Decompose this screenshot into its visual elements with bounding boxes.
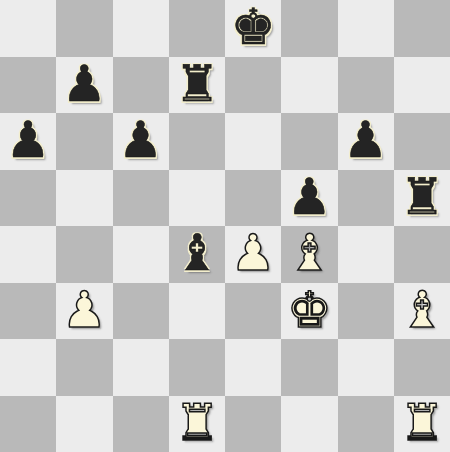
square-b7[interactable]: ♟ [56, 57, 112, 114]
square-c6[interactable]: ♟ [113, 113, 169, 170]
square-g2[interactable] [338, 339, 394, 396]
black-king-e8[interactable]: ♚ [231, 2, 276, 52]
square-g1[interactable] [338, 396, 394, 452]
square-e4[interactable]: ♟ [225, 226, 281, 283]
white-king-f3[interactable]: ♚ [287, 285, 332, 335]
black-pawn-c6[interactable]: ♟ [118, 115, 163, 165]
square-d6[interactable] [169, 113, 225, 170]
square-h7[interactable] [394, 57, 450, 114]
square-h4[interactable] [394, 226, 450, 283]
square-g6[interactable]: ♟ [338, 113, 394, 170]
square-h5[interactable]: ♜ [394, 170, 450, 227]
square-b6[interactable] [56, 113, 112, 170]
square-a3[interactable] [0, 283, 56, 340]
square-f7[interactable] [281, 57, 337, 114]
square-a6[interactable]: ♟ [0, 113, 56, 170]
white-rook-d1[interactable]: ♜ [174, 398, 219, 448]
chess-board: ♚♟♜♟♟♟♟♜♝♟♝♟♚♝♜♜ [0, 0, 450, 452]
square-d4[interactable]: ♝ [169, 226, 225, 283]
square-a7[interactable] [0, 57, 56, 114]
square-f2[interactable] [281, 339, 337, 396]
white-pawn-e4[interactable]: ♟ [231, 228, 276, 278]
square-f3[interactable]: ♚ [281, 283, 337, 340]
square-b8[interactable] [56, 0, 112, 57]
square-a8[interactable] [0, 0, 56, 57]
square-b3[interactable]: ♟ [56, 283, 112, 340]
square-a5[interactable] [0, 170, 56, 227]
square-d7[interactable]: ♜ [169, 57, 225, 114]
square-e2[interactable] [225, 339, 281, 396]
square-g3[interactable] [338, 283, 394, 340]
square-e6[interactable] [225, 113, 281, 170]
square-e1[interactable] [225, 396, 281, 452]
black-pawn-b7[interactable]: ♟ [62, 59, 107, 109]
square-e5[interactable] [225, 170, 281, 227]
black-rook-h5[interactable]: ♜ [399, 172, 444, 222]
square-g7[interactable] [338, 57, 394, 114]
square-f4[interactable]: ♝ [281, 226, 337, 283]
square-f1[interactable] [281, 396, 337, 452]
square-d5[interactable] [169, 170, 225, 227]
square-h6[interactable] [394, 113, 450, 170]
square-d3[interactable] [169, 283, 225, 340]
square-g4[interactable] [338, 226, 394, 283]
square-c1[interactable] [113, 396, 169, 452]
square-e7[interactable] [225, 57, 281, 114]
square-g8[interactable] [338, 0, 394, 57]
white-bishop-f4[interactable]: ♝ [287, 228, 332, 278]
black-bishop-d4[interactable]: ♝ [174, 228, 219, 278]
square-a1[interactable] [0, 396, 56, 452]
square-h1[interactable]: ♜ [394, 396, 450, 452]
white-rook-h1[interactable]: ♜ [399, 398, 444, 448]
square-e8[interactable]: ♚ [225, 0, 281, 57]
square-d1[interactable]: ♜ [169, 396, 225, 452]
square-c7[interactable] [113, 57, 169, 114]
square-g5[interactable] [338, 170, 394, 227]
square-b1[interactable] [56, 396, 112, 452]
square-d8[interactable] [169, 0, 225, 57]
square-f5[interactable]: ♟ [281, 170, 337, 227]
square-c3[interactable] [113, 283, 169, 340]
black-rook-d7[interactable]: ♜ [174, 59, 219, 109]
square-f6[interactable] [281, 113, 337, 170]
square-e3[interactable] [225, 283, 281, 340]
square-c8[interactable] [113, 0, 169, 57]
square-h8[interactable] [394, 0, 450, 57]
square-c4[interactable] [113, 226, 169, 283]
square-b2[interactable] [56, 339, 112, 396]
square-a4[interactable] [0, 226, 56, 283]
square-d2[interactable] [169, 339, 225, 396]
square-c5[interactable] [113, 170, 169, 227]
black-pawn-g6[interactable]: ♟ [343, 115, 388, 165]
square-a2[interactable] [0, 339, 56, 396]
square-h2[interactable] [394, 339, 450, 396]
square-c2[interactable] [113, 339, 169, 396]
black-pawn-f5[interactable]: ♟ [287, 172, 332, 222]
square-b5[interactable] [56, 170, 112, 227]
square-h3[interactable]: ♝ [394, 283, 450, 340]
chess-board-wrap: ♚♟♜♟♟♟♟♜♝♟♝♟♚♝♜♜ [0, 0, 450, 452]
black-pawn-a6[interactable]: ♟ [6, 115, 51, 165]
white-pawn-b3[interactable]: ♟ [62, 285, 107, 335]
square-b4[interactable] [56, 226, 112, 283]
white-bishop-h3[interactable]: ♝ [399, 285, 444, 335]
square-f8[interactable] [281, 0, 337, 57]
